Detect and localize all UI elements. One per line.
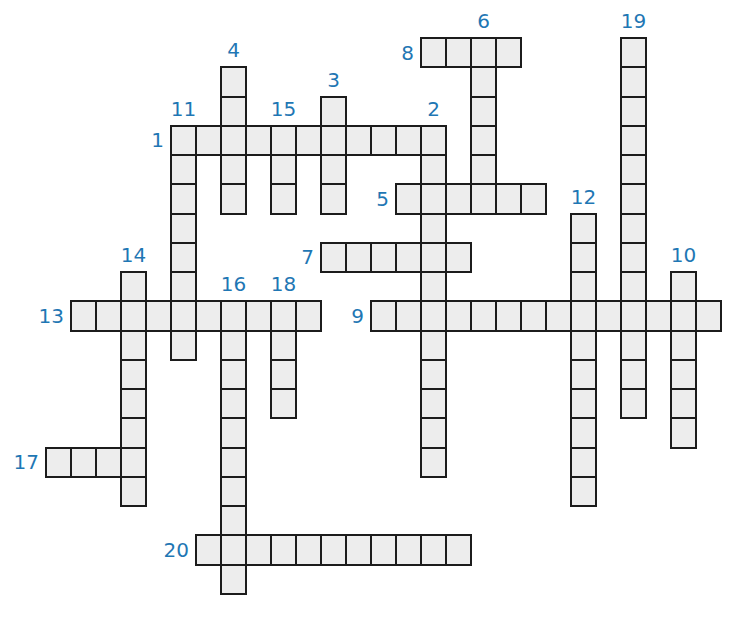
cell-r0-c16[interactable] [445,37,472,68]
cell-r13-c3[interactable] [120,417,147,448]
cell-r3-c7[interactable] [220,125,247,156]
cell-r5-c15[interactable] [420,183,447,214]
cell-r8-c15[interactable] [420,271,447,302]
cell-r14-c3[interactable] [120,447,147,478]
cell-r10-c25[interactable] [670,330,697,361]
clue-number-8-across: 8 [401,43,414,63]
clue-number-12-down: 12 [571,187,596,207]
cell-r15-c3[interactable] [120,476,147,507]
cell-r3-c5[interactable] [170,125,197,156]
cell-r11-c25[interactable] [670,359,697,390]
cell-r4-c23[interactable] [620,154,647,185]
cell-r9-c20[interactable] [545,300,572,331]
cell-r17-c11[interactable] [320,534,347,565]
cell-r14-c2[interactable] [95,447,122,478]
cell-r18-c7[interactable] [220,564,247,595]
cell-r6-c21[interactable] [570,213,597,244]
cell-r3-c12[interactable] [345,125,372,156]
cell-r5-c16[interactable] [445,183,472,214]
cell-r4-c5[interactable] [170,154,197,185]
cell-r9-c21[interactable] [570,300,597,331]
cell-r17-c8[interactable] [245,534,272,565]
clue-number-20-across: 20 [164,540,189,560]
cell-r1-c23[interactable] [620,66,647,97]
cell-r9-c14[interactable] [395,300,422,331]
cell-r14-c1[interactable] [70,447,97,478]
cell-r2-c23[interactable] [620,96,647,127]
clue-number-6-down: 6 [477,11,490,31]
cell-r5-c9[interactable] [270,183,297,214]
cell-r6-c5[interactable] [170,213,197,244]
cell-r17-c9[interactable] [270,534,297,565]
clue-number-14-down: 14 [121,245,146,265]
cell-r7-c13[interactable] [370,242,397,273]
cell-r6-c23[interactable] [620,213,647,244]
cell-r9-c17[interactable] [470,300,497,331]
cell-r9-c6[interactable] [195,300,222,331]
cell-r12-c25[interactable] [670,388,697,419]
cell-r11-c9[interactable] [270,359,297,390]
cell-r2-c7[interactable] [220,96,247,127]
clue-number-18-down: 18 [271,274,296,294]
cell-r12-c21[interactable] [570,388,597,419]
cell-r17-c10[interactable] [295,534,322,565]
cell-r13-c7[interactable] [220,417,247,448]
clue-number-9-across: 9 [351,306,364,326]
cell-r10-c7[interactable] [220,330,247,361]
cell-r10-c23[interactable] [620,330,647,361]
cell-r3-c10[interactable] [295,125,322,156]
cell-r3-c8[interactable] [245,125,272,156]
clue-number-1-across: 1 [151,130,164,150]
cell-r9-c25[interactable] [670,300,697,331]
cell-r7-c15[interactable] [420,242,447,273]
cell-r14-c15[interactable] [420,447,447,478]
cell-r5-c18[interactable] [495,183,522,214]
cell-r3-c23[interactable] [620,125,647,156]
cell-r2-c11[interactable] [320,96,347,127]
cell-r9-c13[interactable] [370,300,397,331]
cell-r17-c7[interactable] [220,534,247,565]
cell-r7-c14[interactable] [395,242,422,273]
cell-r13-c21[interactable] [570,417,597,448]
cell-r7-c12[interactable] [345,242,372,273]
cell-r14-c21[interactable] [570,447,597,478]
cell-r9-c5[interactable] [170,300,197,331]
cell-r17-c14[interactable] [395,534,422,565]
cell-r12-c23[interactable] [620,388,647,419]
cell-r16-c7[interactable] [220,505,247,536]
clue-number-10-down: 10 [671,245,696,265]
cell-r9-c18[interactable] [495,300,522,331]
clue-number-2-down: 2 [427,99,440,119]
cell-r5-c5[interactable] [170,183,197,214]
cell-r9-c1[interactable] [70,300,97,331]
cell-r7-c16[interactable] [445,242,472,273]
cell-r4-c17[interactable] [470,154,497,185]
cell-r17-c16[interactable] [445,534,472,565]
cell-r9-c23[interactable] [620,300,647,331]
cell-r9-c9[interactable] [270,300,297,331]
cell-r10-c5[interactable] [170,330,197,361]
cell-r4-c9[interactable] [270,154,297,185]
cell-r5-c11[interactable] [320,183,347,214]
cell-r8-c3[interactable] [120,271,147,302]
cell-r8-c23[interactable] [620,271,647,302]
cell-r9-c15[interactable] [420,300,447,331]
cell-r9-c26[interactable] [695,300,722,331]
cell-r1-c7[interactable] [220,66,247,97]
cell-r3-c11[interactable] [320,125,347,156]
cell-r11-c23[interactable] [620,359,647,390]
cell-r9-c4[interactable] [145,300,172,331]
cell-r9-c3[interactable] [120,300,147,331]
cell-r9-c7[interactable] [220,300,247,331]
cell-r15-c21[interactable] [570,476,597,507]
cell-r9-c8[interactable] [245,300,272,331]
cell-r12-c9[interactable] [270,388,297,419]
cell-r8-c21[interactable] [570,271,597,302]
cell-r4-c7[interactable] [220,154,247,185]
cell-r1-c17[interactable] [470,66,497,97]
cell-r0-c15[interactable] [420,37,447,68]
cell-r13-c15[interactable] [420,417,447,448]
clue-number-11-down: 11 [171,99,196,119]
cell-r8-c25[interactable] [670,271,697,302]
cell-r17-c15[interactable] [420,534,447,565]
cell-r10-c9[interactable] [270,330,297,361]
clue-number-16-down: 16 [221,274,246,294]
cell-r3-c17[interactable] [470,125,497,156]
cell-r17-c13[interactable] [370,534,397,565]
cell-r9-c22[interactable] [595,300,622,331]
clue-number-3-down: 3 [327,70,340,90]
cell-r8-c5[interactable] [170,271,197,302]
cell-r9-c16[interactable] [445,300,472,331]
clue-number-7-across: 7 [301,247,314,267]
cell-r17-c6[interactable] [195,534,222,565]
cell-r10-c15[interactable] [420,330,447,361]
cell-r11-c3[interactable] [120,359,147,390]
cell-r5-c14[interactable] [395,183,422,214]
clue-number-5-across: 5 [376,189,389,209]
cell-r0-c23[interactable] [620,37,647,68]
cell-r11-c7[interactable] [220,359,247,390]
cell-r3-c14[interactable] [395,125,422,156]
cell-r0-c17[interactable] [470,37,497,68]
cell-r9-c2[interactable] [95,300,122,331]
cell-r4-c15[interactable] [420,154,447,185]
cell-r12-c7[interactable] [220,388,247,419]
cell-r14-c7[interactable] [220,447,247,478]
cell-r17-c12[interactable] [345,534,372,565]
crossword-board: 1578913172023461011121415161819 [0,0,748,625]
cell-r0-c18[interactable] [495,37,522,68]
cell-r12-c3[interactable] [120,388,147,419]
clue-number-13-across: 13 [39,306,64,326]
cell-r14-c0[interactable] [45,447,72,478]
cell-r7-c5[interactable] [170,242,197,273]
cell-r9-c24[interactable] [645,300,672,331]
cell-r3-c6[interactable] [195,125,222,156]
cell-r3-c9[interactable] [270,125,297,156]
cell-r7-c21[interactable] [570,242,597,273]
cell-r10-c3[interactable] [120,330,147,361]
cell-r7-c23[interactable] [620,242,647,273]
cell-r4-c11[interactable] [320,154,347,185]
cell-r7-c11[interactable] [320,242,347,273]
cell-r5-c17[interactable] [470,183,497,214]
cell-r2-c17[interactable] [470,96,497,127]
clue-number-17-across: 17 [14,452,39,472]
cell-r12-c15[interactable] [420,388,447,419]
cell-r5-c19[interactable] [520,183,547,214]
cell-r15-c7[interactable] [220,476,247,507]
cell-r9-c10[interactable] [295,300,322,331]
cell-r3-c15[interactable] [420,125,447,156]
cell-r13-c25[interactable] [670,417,697,448]
cell-r3-c13[interactable] [370,125,397,156]
cell-r9-c19[interactable] [520,300,547,331]
clue-number-19-down: 19 [621,11,646,31]
cell-r11-c15[interactable] [420,359,447,390]
clue-number-15-down: 15 [271,99,296,119]
cell-r10-c21[interactable] [570,330,597,361]
cell-r5-c23[interactable] [620,183,647,214]
clue-number-4-down: 4 [227,40,240,60]
cell-r6-c15[interactable] [420,213,447,244]
cell-r5-c7[interactable] [220,183,247,214]
cell-r11-c21[interactable] [570,359,597,390]
